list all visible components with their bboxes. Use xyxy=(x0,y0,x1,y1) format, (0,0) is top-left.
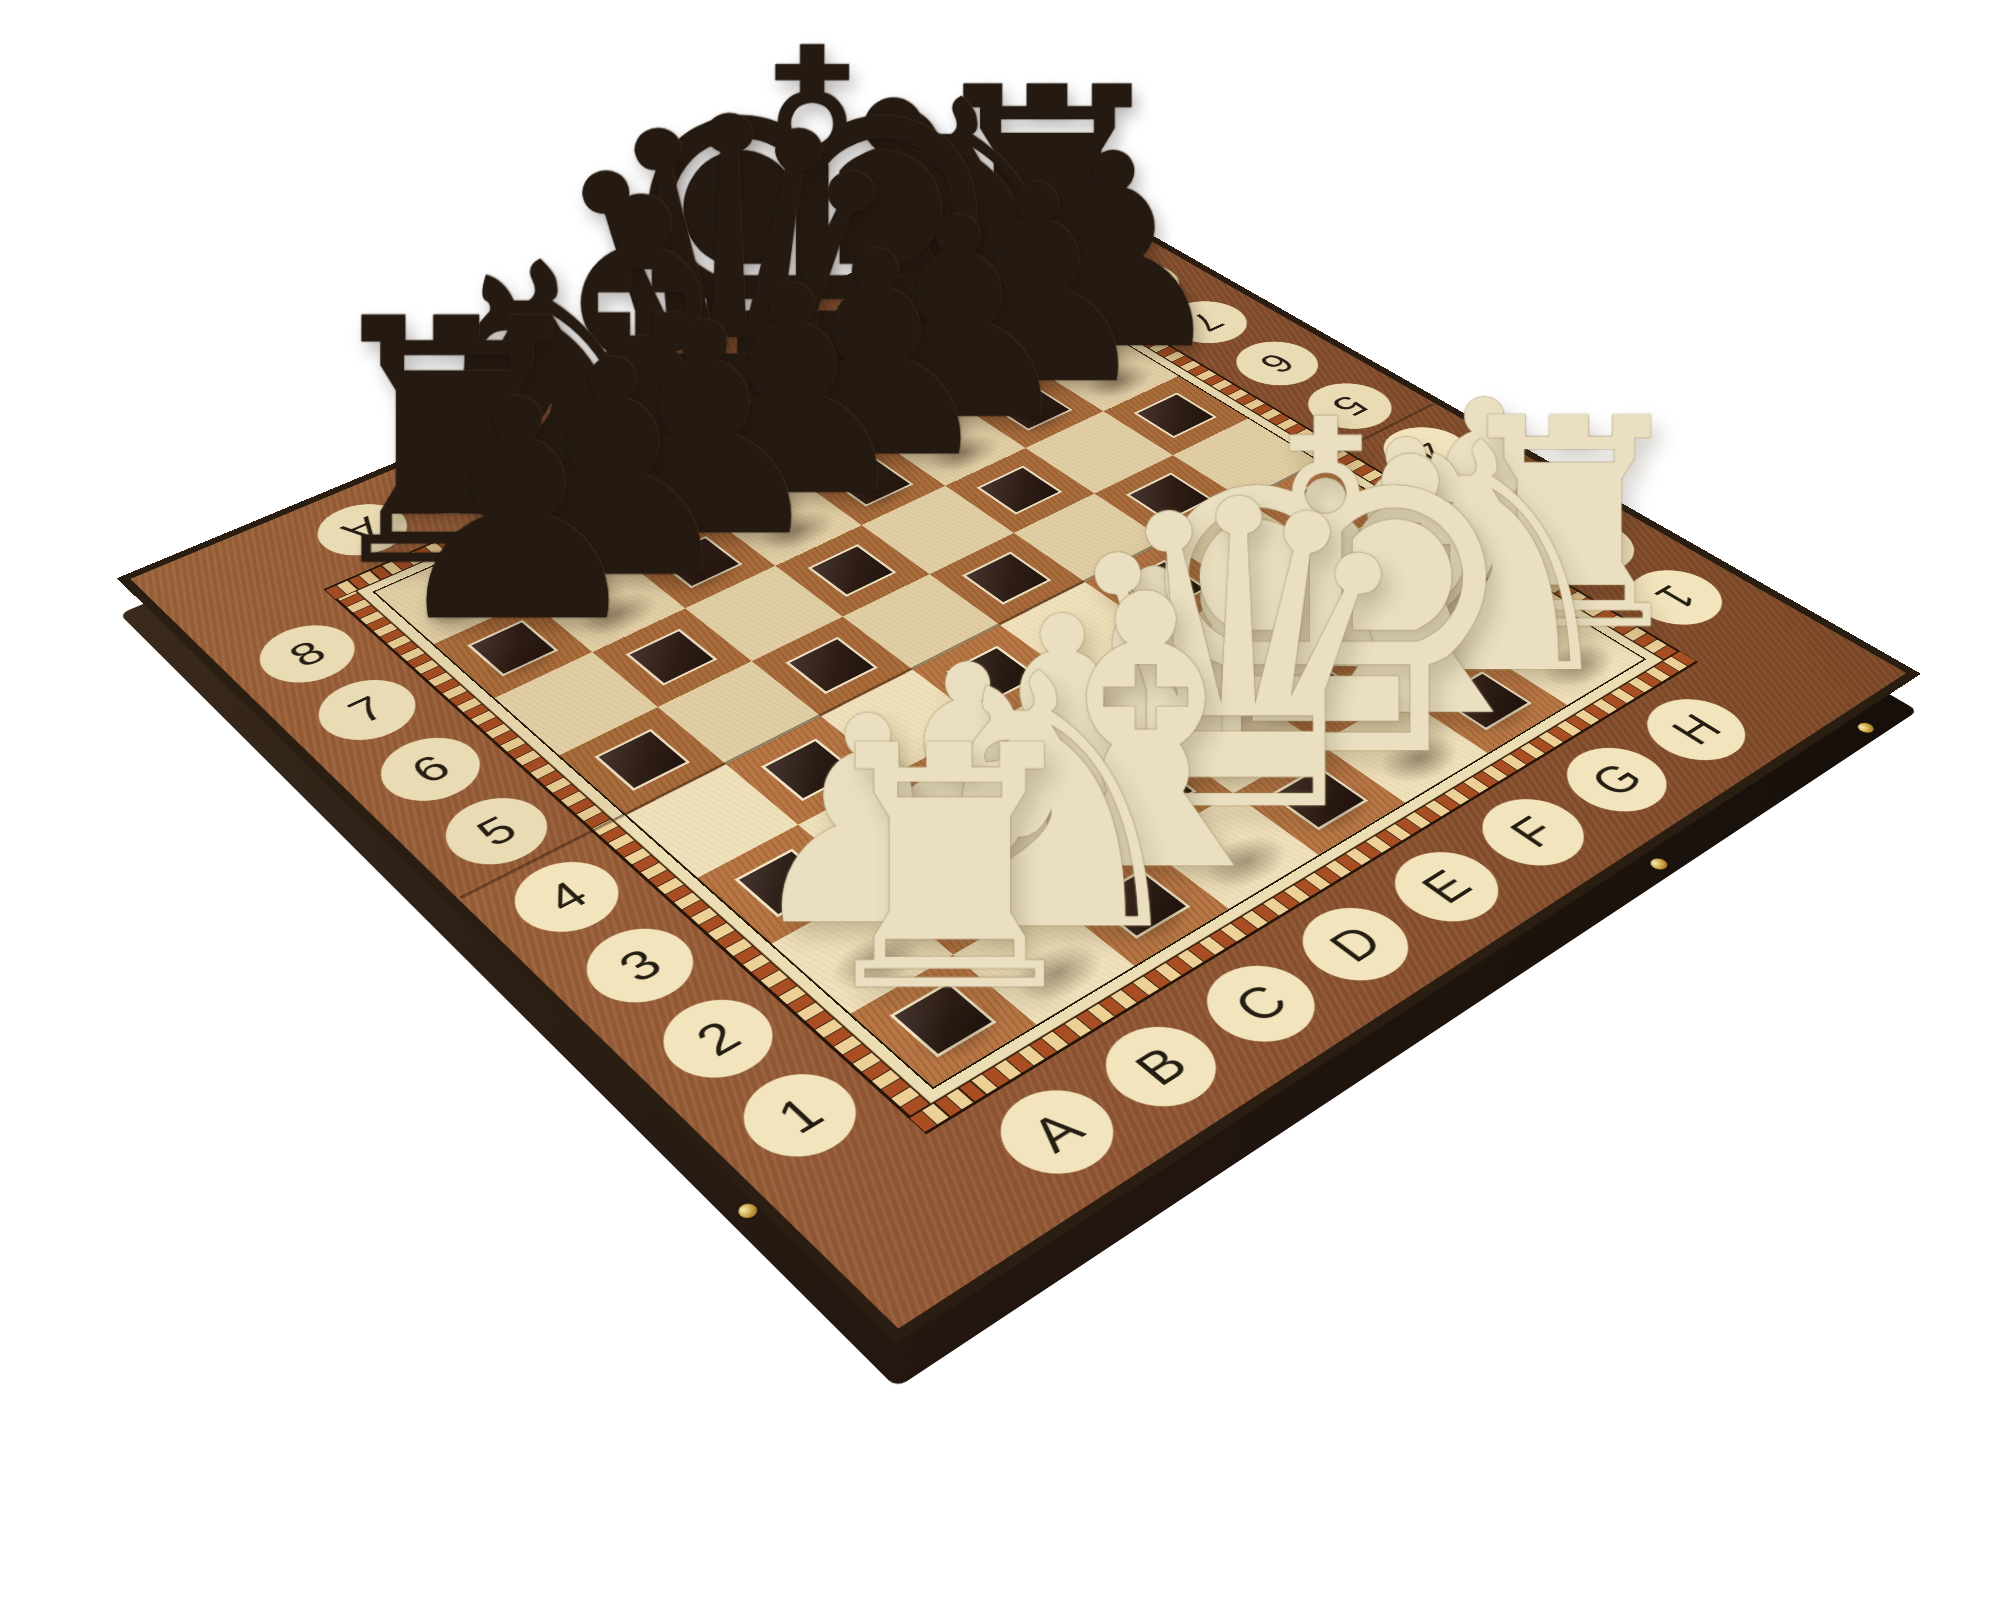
rank-label-left-2: 2 xyxy=(642,984,794,1094)
board-surface: ♜♞♝♛♚♝♞♜♟♟♟♟♟♟♟♟♟♟♟♟♟♟♟♟♜♞♝♛♚♝♞♜ ABCDEFG… xyxy=(117,185,1921,1344)
file-label-bottom-C: C xyxy=(1185,951,1337,1058)
scene: ♜♞♝♛♚♝♞♜♟♟♟♟♟♟♟♟♟♟♟♟♟♟♟♟♜♞♝♛♚♝♞♜ ABCDEFG… xyxy=(0,0,2000,1609)
rank-label-left-7: 7 xyxy=(301,668,433,752)
rank-label-left-5: 5 xyxy=(427,785,567,878)
white-rook-icon: ♜ xyxy=(800,703,1100,1038)
rank-label-left-8: 8 xyxy=(243,614,372,694)
rank-label-left-6: 6 xyxy=(362,725,498,814)
file-label-bottom-A: A xyxy=(978,1074,1137,1191)
file-label-bottom-B: B xyxy=(1084,1011,1239,1123)
rank-label-left-1: 1 xyxy=(722,1058,879,1174)
black-pawn-icon: ♟ xyxy=(382,361,654,665)
rank-label-left-4: 4 xyxy=(495,848,639,946)
rank-label-left-3: 3 xyxy=(566,914,714,1018)
chess-box: ♜♞♝♛♚♝♞♜♟♟♟♟♟♟♟♟♟♟♟♟♟♟♟♟♜♞♝♛♚♝♞♜ ABCDEFG… xyxy=(117,185,1921,1344)
board-grid: ♜♞♝♛♚♝♞♜♟♟♟♟♟♟♟♟♟♟♟♟♟♟♟♟♜♞♝♛♚♝♞♜ xyxy=(373,295,1647,1089)
